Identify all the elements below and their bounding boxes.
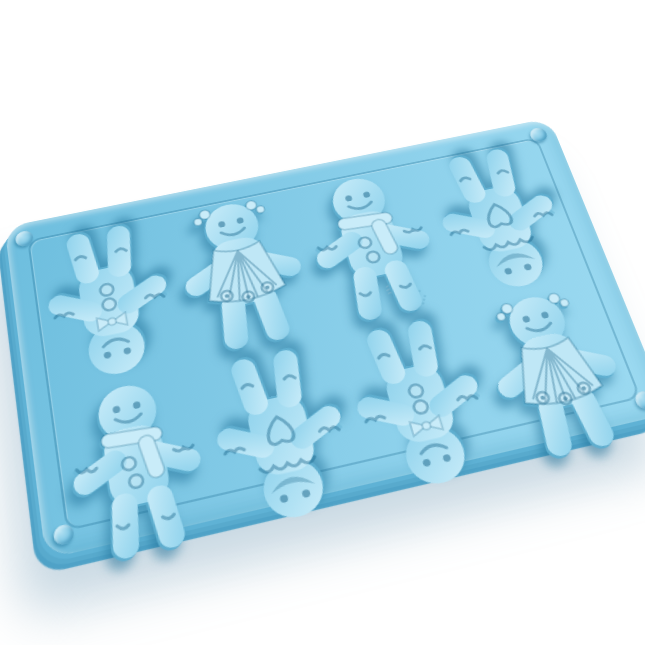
mold-perspective-wrap xyxy=(4,118,645,559)
cavity-gingerbread-scarf-2 xyxy=(55,368,223,573)
cavity-grid xyxy=(33,139,635,529)
silicone-mold-tray xyxy=(4,118,645,559)
cavity-gingerbread-bowtie-1 xyxy=(33,215,187,391)
product-photo xyxy=(0,0,645,645)
